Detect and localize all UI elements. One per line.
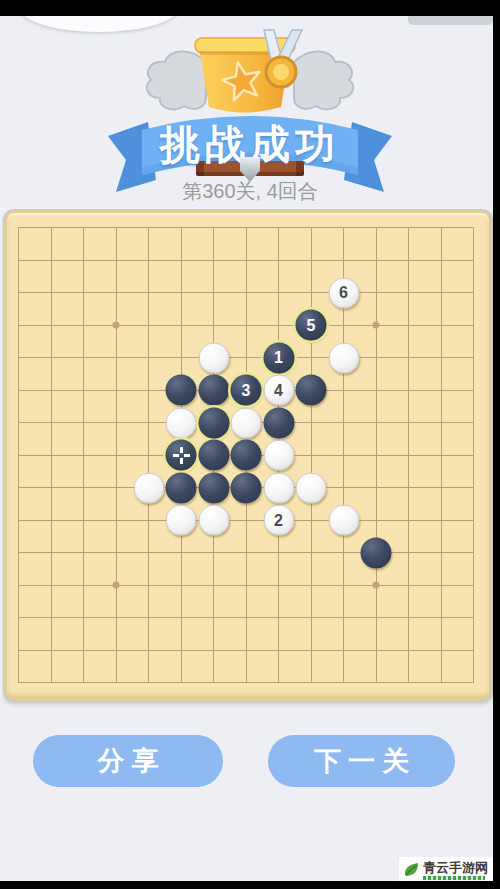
grid-line [408,227,409,683]
stone-white [166,505,197,536]
stone-black-3: 3 [231,375,262,406]
stone-black [231,472,262,503]
watermark-subtext [423,876,485,880]
stone-white [231,407,262,438]
stone-white [328,505,359,536]
next-level-button[interactable]: 下一关 [268,735,455,787]
grid-line [18,650,474,651]
grid-line [18,617,474,618]
right-edge-bar [493,0,500,889]
move-number: 1 [263,342,294,373]
move-number: 5 [296,310,327,341]
stone-black [198,440,229,471]
stone-black [166,375,197,406]
stone-black [198,375,229,406]
grid-line [18,682,474,683]
move-number: 2 [264,506,293,535]
star-point [113,582,120,589]
trophy-icon [140,28,360,123]
level-info: 第360关, 4回合 [0,178,500,205]
star-point [113,322,120,329]
grid-line [18,520,474,521]
status-bar [0,0,500,16]
stone-black [263,407,294,438]
stone-black [296,375,327,406]
move-number: 3 [231,375,262,406]
stone-white [198,342,229,373]
stone-white [263,440,294,471]
wing-left-icon [147,51,206,109]
gomoku-board: 651342 [4,210,492,701]
bottom-edge-bar [0,881,500,889]
board-grid: 651342 [18,227,474,683]
grid-line [441,227,442,683]
stone-white [166,407,197,438]
site-watermark: 青云手游网 [399,857,495,883]
star-point [373,322,380,329]
stone-black [198,407,229,438]
move-number: 4 [264,376,293,405]
watermark-text: 青云手游网 [423,861,488,875]
stone-black [198,472,229,503]
stone-white [328,342,359,373]
grid-line [311,227,312,683]
grid-line [473,227,474,683]
stone-white-2: 2 [263,505,294,536]
stone-black-5: 5 [296,310,327,341]
stone-black [166,440,197,471]
wing-right-icon [294,51,353,109]
stone-black-1: 1 [263,342,294,373]
stone-white-6: 6 [328,277,359,308]
stone-white [198,505,229,536]
stone-black [361,537,392,568]
stone-white [296,472,327,503]
victory-screen: 挑战成功 第360关, 4回合 651342 分享 下一关 青云手游网 [0,0,500,889]
screen-cutout-tab [408,16,493,25]
leaf-icon [402,861,420,879]
stone-black [166,472,197,503]
stone-white [263,472,294,503]
star-point [373,582,380,589]
grid-line [376,227,377,683]
stone-white-4: 4 [263,375,294,406]
grid-line [18,585,474,586]
move-number: 6 [329,278,358,307]
grid-line [18,552,474,553]
stone-white [133,472,164,503]
crosshair-marker [173,447,190,464]
stone-black [231,440,262,471]
share-button[interactable]: 分享 [33,735,223,787]
